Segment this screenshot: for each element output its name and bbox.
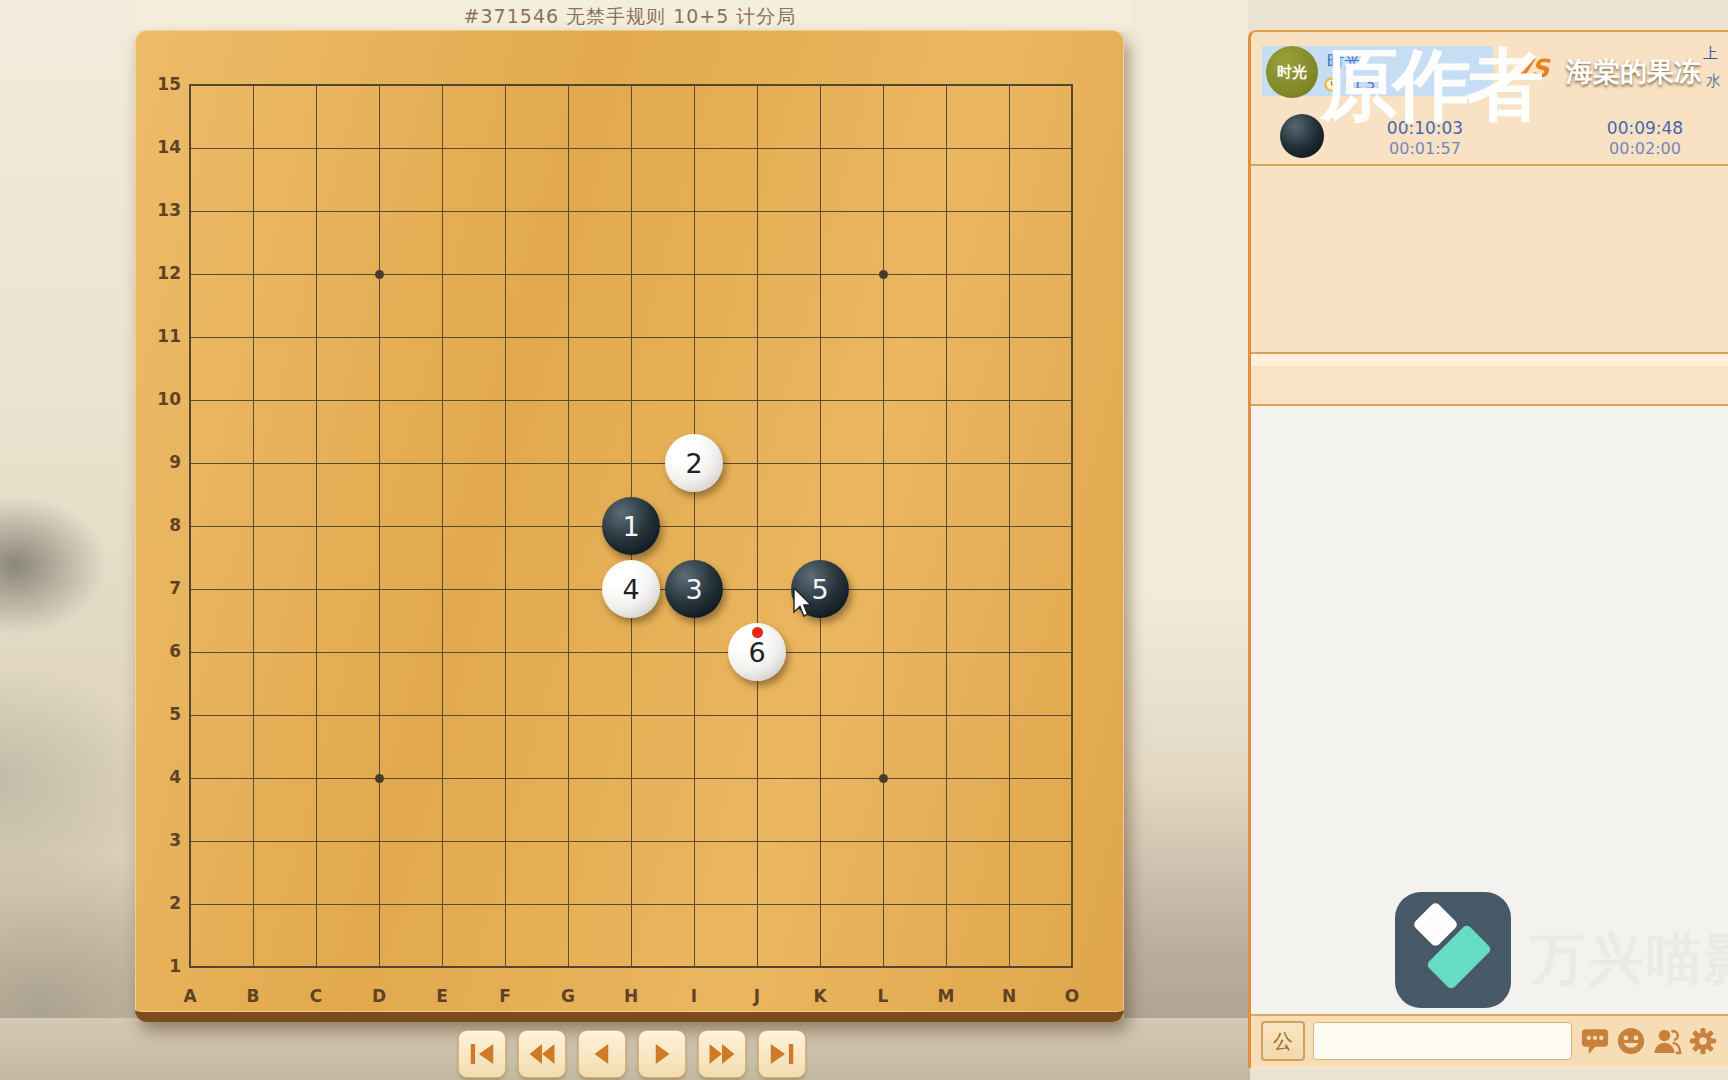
col-label-O: O [1052, 986, 1092, 1006]
col-label-B: B [233, 986, 273, 1006]
fast-forward-button[interactable] [698, 1030, 746, 1078]
row-label-4: 4 [143, 767, 181, 787]
game-title: #371546 无禁手规则 10+5 计分局 [135, 4, 1125, 30]
gomoku-board[interactable]: 151413121110987654321ABCDEFGHIJKLMNO1234… [135, 30, 1124, 1022]
step-forward-icon [647, 1039, 677, 1069]
col-label-A: A [170, 986, 210, 1006]
row-label-8: 8 [143, 515, 181, 535]
row-label-14: 14 [143, 137, 181, 157]
left-move-time: 00:01:57 [1340, 139, 1510, 158]
row-label-3: 3 [143, 830, 181, 850]
stone-white-I9: 2 [665, 434, 723, 492]
row-label-10: 10 [143, 389, 181, 409]
star-point-L4 [879, 774, 888, 783]
left-player-avatar[interactable]: 时光 [1266, 46, 1318, 98]
row-label-2: 2 [143, 893, 181, 913]
stone-number: 6 [748, 637, 765, 668]
star-point-D4 [375, 774, 384, 783]
row-label-7: 7 [143, 578, 181, 598]
row-label-15: 15 [143, 74, 181, 94]
gomoku-review-app: #371546 无禁手规则 10+5 计分局 15141312111098765… [0, 0, 1728, 1080]
col-label-I: I [674, 986, 714, 1006]
star-point-L12 [879, 270, 888, 279]
col-label-L: L [863, 986, 903, 1006]
fast-rewind-icon [527, 1039, 557, 1069]
row-label-5: 5 [143, 704, 181, 724]
chat-bubble-icon[interactable] [1580, 1026, 1610, 1056]
right-move-time: 00:02:00 [1560, 139, 1728, 158]
chat-input[interactable] [1313, 1022, 1572, 1060]
step-back-button[interactable] [578, 1030, 626, 1078]
stone-black-I7: 3 [665, 560, 723, 618]
fast-forward-icon [707, 1039, 737, 1069]
chat-icons [1580, 1026, 1718, 1056]
step-forward-button[interactable] [638, 1030, 686, 1078]
last-move-marker [752, 627, 763, 638]
clipped-corner-text-2: 水 [1706, 72, 1721, 91]
clipped-corner-text-1: 上 [1703, 44, 1718, 63]
go-first-button[interactable] [458, 1030, 506, 1078]
stone-white-H7: 4 [602, 560, 660, 618]
row-label-11: 11 [143, 326, 181, 346]
col-label-K: K [800, 986, 840, 1006]
go-last-icon [767, 1039, 797, 1069]
stone-white-J6: 6 [728, 623, 786, 681]
stone-number: 4 [622, 574, 639, 605]
right-main-time: 00:09:48 [1560, 118, 1728, 138]
settings-gear-icon[interactable] [1688, 1026, 1718, 1056]
col-label-E: E [422, 986, 462, 1006]
row-label-1: 1 [143, 956, 181, 976]
users-icon[interactable] [1652, 1026, 1682, 1056]
section-header-strip [1251, 366, 1728, 406]
star-point-D12 [375, 270, 384, 279]
stone-number: 3 [685, 574, 702, 605]
col-label-G: G [548, 986, 588, 1006]
chat-scope-button[interactable]: 公 [1261, 1021, 1305, 1061]
mouse-cursor [793, 588, 815, 618]
col-label-C: C [296, 986, 336, 1006]
row-label-12: 12 [143, 263, 181, 283]
chat-bar: 公 [1251, 1014, 1728, 1066]
row-label-13: 13 [143, 200, 181, 220]
filmora-logo-text: 万兴喵影 [1530, 922, 1728, 998]
fast-rewind-button[interactable] [518, 1030, 566, 1078]
background-scenery-right [1124, 0, 1248, 1080]
step-back-icon [587, 1039, 617, 1069]
row-label-9: 9 [143, 452, 181, 472]
emoji-icon[interactable] [1616, 1026, 1646, 1056]
col-label-F: F [485, 986, 525, 1006]
black-to-indicator-stone [1280, 114, 1324, 158]
col-label-N: N [989, 986, 1029, 1006]
go-first-icon [467, 1039, 497, 1069]
col-label-J: J [737, 986, 777, 1006]
right-player-name: 海棠的果冻 [1566, 54, 1701, 90]
col-label-M: M [926, 986, 966, 1006]
author-watermark: 原作者 [1320, 34, 1539, 139]
go-last-button[interactable] [758, 1030, 806, 1078]
background-scenery-left [0, 0, 140, 1080]
stone-number: 1 [622, 511, 639, 542]
stone-number: 2 [685, 448, 702, 479]
col-label-H: H [611, 986, 651, 1006]
row-label-6: 6 [143, 641, 181, 661]
col-label-D: D [359, 986, 399, 1006]
stone-black-H8: 1 [602, 497, 660, 555]
